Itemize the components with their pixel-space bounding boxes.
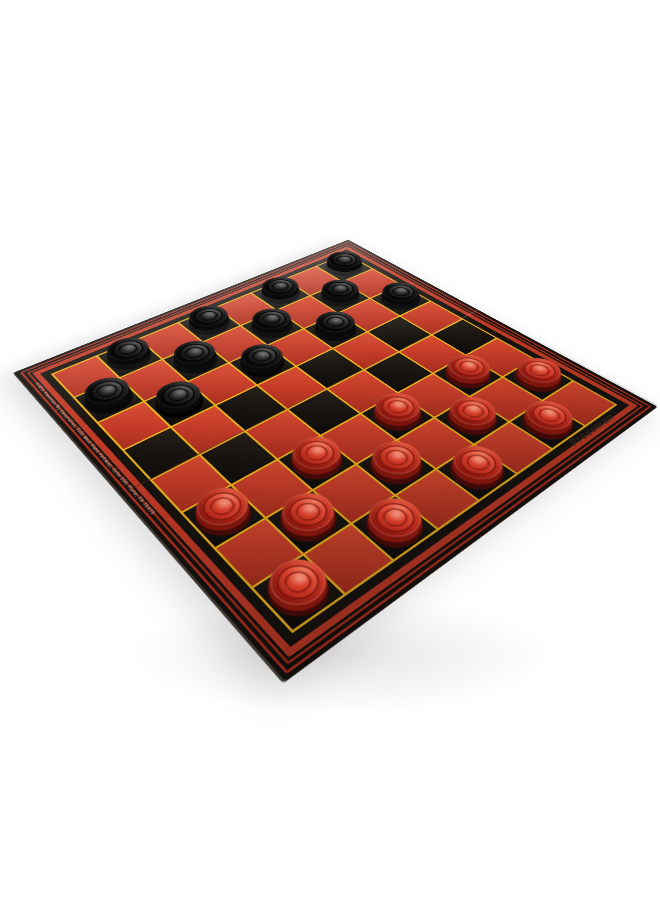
checker-glyph: ⛂ xyxy=(324,281,356,297)
checker-glyph: ⛂ xyxy=(319,313,353,331)
checker-glyph: ⛀ xyxy=(379,395,418,419)
checker-glyph: ⛂ xyxy=(176,343,212,363)
checker-glyph: ⛂ xyxy=(244,346,280,366)
checker-black-man[interactable]: ⛂ xyxy=(79,381,138,419)
checker-glyph: ⛀ xyxy=(376,444,418,472)
checker-red-man[interactable]: ⛀ xyxy=(508,362,567,397)
checker-glyph: ⛂ xyxy=(110,339,146,359)
square-r0c6[interactable]: ⛀ xyxy=(504,359,572,399)
checker-glyph: ⛀ xyxy=(451,356,487,377)
product-photo-scene: ⛂⛂⛀⛂⛀⛀⛂⛂⛀⛂⛀⛀⛂⛂⛀⛂⛀⛀⛂⛂⛀⛂⛀⛀ Pressman ©2021 … xyxy=(0,0,660,904)
checker-glyph: ⛀ xyxy=(457,448,499,476)
checker-glyph: ⛀ xyxy=(273,563,323,602)
checker-glyph: ⛀ xyxy=(522,360,558,381)
square-r4c6[interactable]: ⛀ xyxy=(358,441,435,494)
checker-glyph: ⛂ xyxy=(255,310,289,328)
checker-glyph: ⛂ xyxy=(264,278,296,294)
checker-glyph: ⛀ xyxy=(372,501,418,534)
checker-glyph: ⛂ xyxy=(192,307,226,325)
checker-glyph: ⛂ xyxy=(159,383,198,406)
checker-glyph: ⛂ xyxy=(385,284,417,300)
checker-glyph: ⛀ xyxy=(454,399,493,423)
checker-glyph: ⛂ xyxy=(88,379,127,402)
board-field: ⛂⛂⛀⛂⛀⛀⛂⛂⛀⛂⛀⛀⛂⛂⛀⛂⛀⛀⛂⛂⛀⛂⛀⛀ xyxy=(51,253,618,633)
checker-glyph: ⛀ xyxy=(199,490,244,522)
checker-glyph: ⛀ xyxy=(285,496,331,529)
checker-glyph: ⛂ xyxy=(329,253,359,267)
checker-glyph: ⛀ xyxy=(530,403,569,428)
checker-glyph: ⛀ xyxy=(296,439,338,467)
